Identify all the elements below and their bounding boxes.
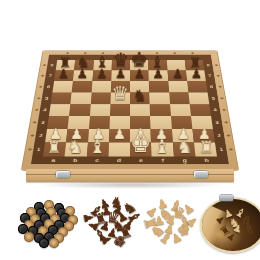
square-f4 <box>150 104 171 116</box>
square-e7: ♟ <box>130 70 149 81</box>
square-a2: ♟ <box>45 129 68 142</box>
rank-label-5: 5 <box>41 92 53 104</box>
inlay-diamond-icon <box>224 121 228 124</box>
board-grid: ♜♞♝♛♚♝♜♟♟♟♟♟♟♟♟♛♞♟♟♟♟♟♟♟♟♜♞♝♚♝♞♜ <box>43 60 217 157</box>
white-pawn: ♟ <box>49 128 62 142</box>
square-b6 <box>72 81 92 92</box>
inlay-diamond-icon <box>66 52 69 54</box>
square-f8: ♝ <box>148 60 167 70</box>
square-h7: ♟ <box>186 70 206 81</box>
square-d6 <box>111 81 130 92</box>
latch-icon <box>56 171 70 178</box>
square-c3 <box>89 116 110 129</box>
checkers-pieces-thumbnail[interactable] <box>14 198 77 252</box>
square-d4 <box>110 104 130 116</box>
inlay-diamond-icon <box>34 109 38 111</box>
square-a4 <box>49 104 71 116</box>
square-e5: ♞ <box>130 92 150 104</box>
square-d8: ♛ <box>111 60 130 70</box>
square-g7: ♟ <box>167 70 187 81</box>
square-e4 <box>130 104 150 116</box>
inlay-diamond-icon <box>216 75 220 77</box>
square-a5 <box>51 92 72 104</box>
wood-checker-icon <box>24 232 34 242</box>
square-e3 <box>130 116 151 129</box>
square-f7: ♟ <box>149 70 168 81</box>
square-g8 <box>166 60 185 70</box>
light-pieces-thumbnail[interactable]: ♟♝♟♞♛♟♜♟♟♝♟♞♟♚♝♟ <box>141 196 197 252</box>
inlay-diamond-icon <box>101 52 104 54</box>
square-b8: ♞ <box>74 60 93 70</box>
square-a1: ♜ <box>43 142 66 156</box>
square-f3 <box>150 116 171 129</box>
latch-icon <box>194 171 208 178</box>
inlay-diamond-icon <box>191 52 194 54</box>
inlay-diamond-icon <box>119 52 122 54</box>
black-checker-icon <box>39 238 49 248</box>
rank-label-1: 1 <box>215 142 228 156</box>
rank-label-4: 4 <box>209 104 221 116</box>
square-e8: ♚ <box>130 60 149 70</box>
rank-label-7: 7 <box>204 70 215 81</box>
inlay-diamond-icon <box>226 134 230 137</box>
inlay-diamond-icon <box>155 52 158 54</box>
square-d7: ♟ <box>111 70 130 81</box>
board-frame: ♜♞♝♛♚♝♜♟♟♟♟♟♟♟♟♛♞♟♟♟♟♟♟♟♟♜♞♝♚♝♞♜ abcdefg… <box>22 51 238 170</box>
inlay-diamond-icon <box>40 75 44 77</box>
square-a7: ♟ <box>54 70 74 81</box>
inlay-diamond-icon <box>222 109 226 111</box>
square-c4 <box>89 104 110 116</box>
white-pawn: ♟ <box>71 128 84 142</box>
product-photo-page: ♜♞♝♛♚♝♜♟♟♟♟♟♟♟♟♛♞♟♟♟♟♟♟♟♟♜♞♝♚♝♞♜ abcdefg… <box>0 0 260 260</box>
square-h3 <box>191 116 213 129</box>
white-bishop: ♝ <box>89 137 106 156</box>
chess-board: ♜♞♝♛♚♝♜♟♟♟♟♟♟♟♟♛♞♟♟♟♟♟♟♟♟♜♞♝♚♝♞♜ abcdefg… <box>22 51 238 170</box>
square-d5: ♛ <box>110 92 130 104</box>
square-a6 <box>52 81 73 92</box>
rank-label-2: 2 <box>213 129 225 142</box>
square-c7: ♟ <box>92 70 111 81</box>
square-h5 <box>188 92 209 104</box>
square-g6 <box>168 81 188 92</box>
inlay-diamond-icon <box>228 148 232 151</box>
white-pawn: ♟ <box>198 128 211 142</box>
inlay-diamond-icon <box>214 64 218 66</box>
white-pawn: ♟ <box>177 128 190 142</box>
square-d2: ♟ <box>109 129 130 142</box>
square-b5 <box>71 92 92 104</box>
black-pawn: ♟ <box>77 68 88 81</box>
rank-label-6: 6 <box>43 81 54 92</box>
black-pawn: ♟ <box>115 68 126 81</box>
square-f5 <box>149 92 169 104</box>
white-bishop: ♝ <box>154 137 171 156</box>
rank-label-1: 1 <box>32 142 45 156</box>
inlay-diamond-icon <box>30 134 34 137</box>
rank-label-3: 3 <box>37 116 49 129</box>
square-c8: ♝ <box>93 60 112 70</box>
white-pawn: ♟ <box>155 128 168 142</box>
white-knight: ♞ <box>68 138 84 156</box>
square-e6 <box>130 81 149 92</box>
white-pawn: ♟ <box>134 128 147 142</box>
rank-label-8: 8 <box>203 60 214 70</box>
chess-set-photo[interactable]: ♜♞♝♛♚♝♜♟♟♟♟♟♟♟♟♛♞♟♟♟♟♟♟♟♟♜♞♝♚♝♞♜ abcdefg… <box>0 0 260 192</box>
rank-label-3: 3 <box>211 116 223 129</box>
stored-bishop-icon: ♝ <box>242 222 256 236</box>
board-scene: ♜♞♝♛♚♝♜♟♟♟♟♟♟♟♟♛♞♟♟♟♟♟♟♟♟♜♞♝♚♝♞♜ abcdefg… <box>22 36 238 170</box>
black-pawn: ♟ <box>172 68 183 81</box>
rank-label-7: 7 <box>45 70 56 81</box>
square-g4 <box>170 104 191 116</box>
square-b1: ♞ <box>65 142 88 156</box>
inlay-diamond-icon <box>220 97 224 99</box>
inlay-diamond-icon <box>218 85 222 87</box>
square-f1: ♝ <box>151 142 173 156</box>
hinge-icon <box>220 195 233 201</box>
white-pawn: ♟ <box>113 128 126 142</box>
black-pawn: ♟ <box>96 68 107 81</box>
square-c2: ♟ <box>88 129 110 142</box>
square-h4 <box>189 104 211 116</box>
inlay-diamond-icon <box>173 52 176 54</box>
square-a8: ♜ <box>56 60 76 70</box>
inlay-diamond-icon <box>37 97 41 99</box>
square-b4 <box>69 104 90 116</box>
square-d1 <box>108 142 130 156</box>
black-pawn: ♟ <box>191 68 202 81</box>
inlay-diamond-icon <box>42 64 46 66</box>
white-pawn: ♟ <box>92 128 105 142</box>
inlay-diamond-icon <box>83 52 86 54</box>
dark-pieces-thumbnail[interactable]: ♟♞♝♟♟♞♟♜♛♟♝♟♟♞♟♝♟♜♟♚ <box>81 196 137 252</box>
square-h1: ♜ <box>194 142 217 156</box>
black-pawn: ♟ <box>134 68 145 81</box>
inlay-diamond-icon <box>137 52 140 54</box>
square-e1: ♚ <box>130 142 152 156</box>
drop-shadow <box>36 181 226 189</box>
square-c6 <box>91 81 111 92</box>
square-h6 <box>187 81 208 92</box>
inlay-diamond-icon <box>27 148 31 151</box>
square-e2: ♟ <box>130 129 151 142</box>
rank-label-8: 8 <box>47 60 58 70</box>
square-d3 <box>109 116 130 129</box>
rank-label-4: 4 <box>39 104 51 116</box>
square-c1: ♝ <box>86 142 108 156</box>
square-c5 <box>90 92 110 104</box>
square-f2: ♟ <box>151 129 173 142</box>
black-pawn: ♟ <box>153 68 164 81</box>
storage-interior-thumbnail[interactable]: ♟♝♟♞♟♜♟♝♟ <box>199 192 260 252</box>
square-g3 <box>171 116 193 129</box>
inlay-diamond-icon <box>32 121 36 124</box>
black-pawn: ♟ <box>58 68 69 81</box>
square-a3 <box>47 116 69 129</box>
square-g1: ♞ <box>172 142 195 156</box>
detail-thumbnails: ♟♞♝♟♟♞♟♜♛♟♝♟♟♞♟♝♟♜♟♚ ♟♝♟♞♛♟♜♟♟♝♟♞♟♚♝♟ ♟♝… <box>0 192 260 258</box>
square-b7: ♟ <box>73 70 93 81</box>
square-h8: ♜ <box>185 60 205 70</box>
rank-label-5: 5 <box>208 92 220 104</box>
rank-label-6: 6 <box>206 81 217 92</box>
white-knight: ♞ <box>176 138 192 156</box>
wood-checker-icon <box>49 238 59 248</box>
square-b2: ♟ <box>66 129 88 142</box>
square-b3 <box>68 116 90 129</box>
square-h2: ♟ <box>192 129 215 142</box>
open-box-icon: ♟♝♟♞♟♜♟♝♟ <box>200 197 260 253</box>
square-f6 <box>149 81 169 92</box>
square-g2: ♟ <box>171 129 193 142</box>
inlay-diamond-icon <box>39 85 43 87</box>
square-g5 <box>169 92 190 104</box>
